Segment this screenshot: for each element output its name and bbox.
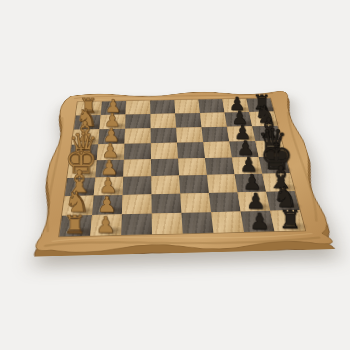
- product-photo-background: { "game": "chess", "position": { "fen": …: [0, 0, 350, 350]
- piece-wR[interactable]: ♜: [63, 212, 86, 238]
- square-r1c5[interactable]: [200, 112, 227, 127]
- playing-area-grid: ♜♟♟♜♞♟♟♞♝♟♟♝♛♟♟♛♚♟♟♚♝♟♟♝♞♟♟♞♜♟♟♜: [59, 98, 305, 236]
- square-r0c5[interactable]: [198, 99, 224, 113]
- square-r2c4[interactable]: [176, 127, 203, 143]
- square-r7c3[interactable]: [152, 213, 183, 234]
- square-r4c2[interactable]: [123, 159, 151, 177]
- square-r7c7[interactable]: ♜: [270, 210, 305, 231]
- square-r5c2[interactable]: [123, 176, 152, 195]
- square-r6c4[interactable]: [180, 193, 211, 213]
- square-r3c5[interactable]: [203, 142, 232, 158]
- square-r4c3[interactable]: [151, 159, 179, 177]
- square-r7c1[interactable]: ♟: [90, 214, 122, 235]
- chessboard: ♜♟♟♜♞♟♟♞♝♟♟♝♛♟♟♛♚♟♟♚♝♟♟♝♞♟♟♞♜♟♟♜: [29, 87, 337, 257]
- square-r5c5[interactable]: [207, 174, 238, 193]
- photo-scene: ♜♟♟♜♞♟♟♞♝♟♟♝♛♟♟♛♚♟♟♚♝♟♟♝♞♟♟♞♜♟♟♜: [0, 0, 350, 350]
- square-r1c2[interactable]: [125, 114, 151, 129]
- square-r7c6[interactable]: ♟: [241, 211, 275, 232]
- square-r6c2[interactable]: [122, 194, 152, 214]
- square-r0c2[interactable]: [126, 100, 151, 114]
- piece-bR[interactable]: ♜: [279, 207, 302, 233]
- square-r7c5[interactable]: [211, 211, 244, 232]
- square-r3c3[interactable]: [151, 143, 178, 160]
- square-r2c5[interactable]: [201, 127, 229, 143]
- piece-wP[interactable]: ♟: [95, 214, 115, 237]
- square-r5c4[interactable]: [179, 175, 209, 194]
- square-r4c5[interactable]: [205, 157, 235, 174]
- square-r6c5[interactable]: [209, 192, 241, 212]
- square-r2c2[interactable]: [124, 128, 150, 144]
- square-r3c2[interactable]: [124, 143, 151, 160]
- square-r7c0[interactable]: ♜: [59, 215, 92, 236]
- square-r7c2[interactable]: [121, 214, 152, 235]
- square-r7c4[interactable]: [181, 212, 213, 233]
- square-r6c3[interactable]: [151, 194, 181, 214]
- square-r1c3[interactable]: [150, 113, 176, 128]
- piece-bP[interactable]: ♟: [249, 210, 269, 233]
- square-r0c4[interactable]: [174, 100, 200, 114]
- square-r1c4[interactable]: [175, 113, 201, 128]
- square-r4c4[interactable]: [178, 158, 207, 176]
- square-r5c3[interactable]: [151, 176, 180, 195]
- square-r2c3[interactable]: [151, 128, 177, 144]
- square-r0c3[interactable]: [150, 100, 175, 114]
- square-r3c4[interactable]: [177, 142, 205, 158]
